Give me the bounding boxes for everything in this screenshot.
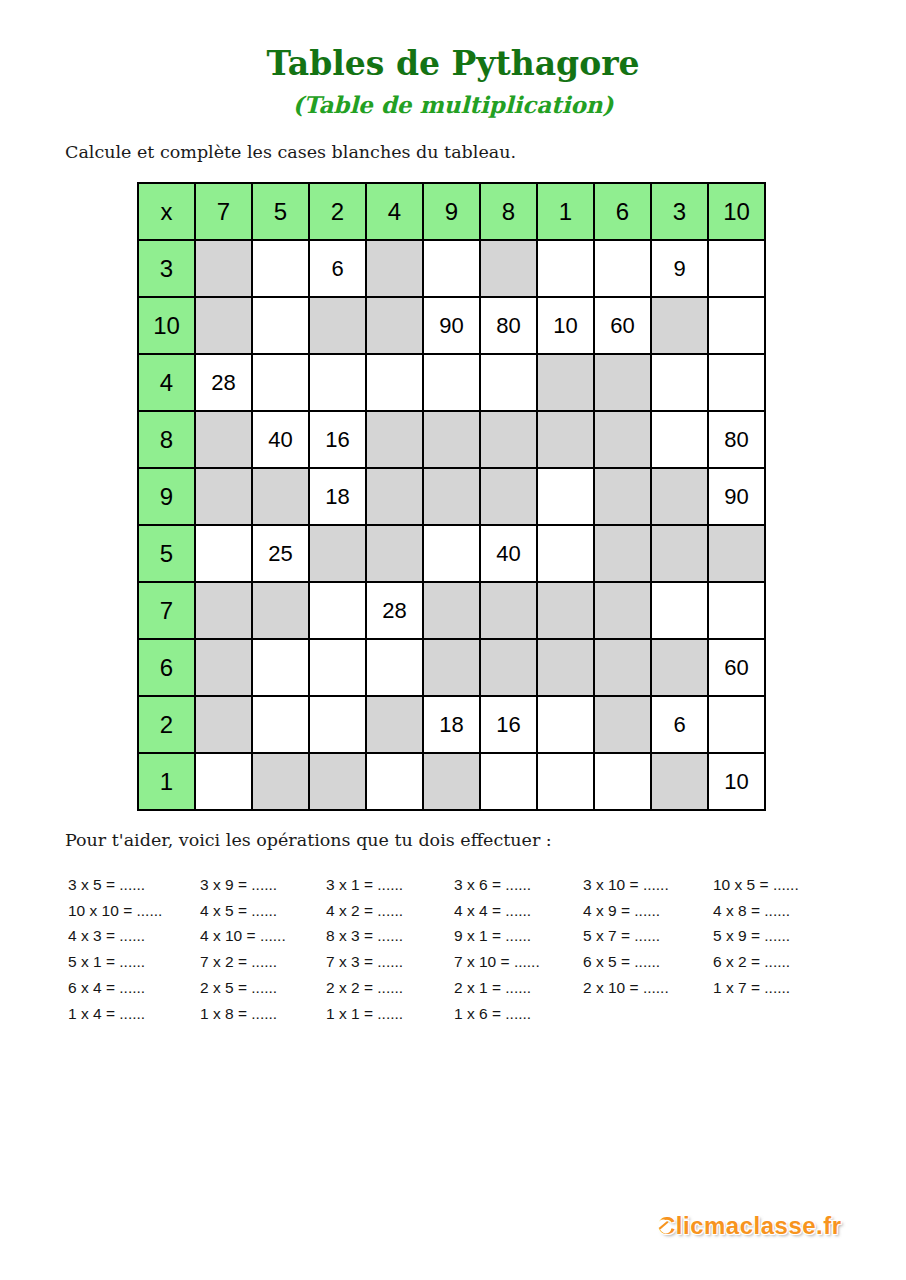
cell-5x2-shaded — [310, 526, 367, 583]
operation-line: 3 x 5 = ...... — [68, 872, 200, 898]
cell-7x10-blank[interactable] — [709, 583, 766, 640]
cell-6x8-shaded — [481, 640, 538, 697]
cell-1x4-blank[interactable] — [367, 754, 424, 811]
cell-9x1-blank[interactable] — [538, 469, 595, 526]
operations-column-4: 3 x 6 = ......4 x 4 = ......9 x 1 = ....… — [454, 872, 583, 1026]
operation-line: 4 x 5 = ...... — [200, 898, 326, 924]
cell-9x10-given: 90 — [709, 469, 766, 526]
cell-1x3-shaded — [652, 754, 709, 811]
cell-1x9-shaded — [424, 754, 481, 811]
cell-2x8-given: 16 — [481, 697, 538, 754]
col-header-1: 1 — [538, 184, 595, 241]
cell-5x7-blank[interactable] — [196, 526, 253, 583]
cell-1x1-blank[interactable] — [538, 754, 595, 811]
page-subtitle: (Table de multiplication) — [0, 91, 906, 118]
cell-2x7-shaded — [196, 697, 253, 754]
operation-line: 9 x 1 = ...... — [454, 923, 583, 949]
cell-8x7-shaded — [196, 412, 253, 469]
col-header-10: 10 — [709, 184, 766, 241]
cell-8x4-shaded — [367, 412, 424, 469]
operation-line: 5 x 1 = ...... — [68, 949, 200, 975]
cell-8x10-given: 80 — [709, 412, 766, 469]
operation-line: 1 x 7 = ...... — [713, 975, 843, 1001]
cell-10x4-shaded — [367, 298, 424, 355]
operation-line: 4 x 10 = ...... — [200, 923, 326, 949]
cell-1x2-shaded — [310, 754, 367, 811]
cell-5x5-given: 25 — [253, 526, 310, 583]
cell-3x4-shaded — [367, 241, 424, 298]
col-header-4: 4 — [367, 184, 424, 241]
instruction-text: Calcule et complète les cases blanches d… — [65, 142, 516, 162]
operations-column-3: 3 x 1 = ......4 x 2 = ......8 x 3 = ....… — [326, 872, 454, 1026]
row-header-1: 1 — [139, 754, 196, 811]
operation-line: 10 x 10 = ...... — [68, 898, 200, 924]
cell-5x10-shaded — [709, 526, 766, 583]
cell-9x5-shaded — [253, 469, 310, 526]
col-header-5: 5 — [253, 184, 310, 241]
cell-10x3-shaded — [652, 298, 709, 355]
operation-line: 3 x 1 = ...... — [326, 872, 454, 898]
operation-line: 2 x 5 = ...... — [200, 975, 326, 1001]
row-header-3: 3 — [139, 241, 196, 298]
cell-3x7-shaded — [196, 241, 253, 298]
cell-4x3-blank[interactable] — [652, 355, 709, 412]
cell-2x4-shaded — [367, 697, 424, 754]
cell-4x9-blank[interactable] — [424, 355, 481, 412]
cell-5x4-shaded — [367, 526, 424, 583]
cell-4x1-shaded — [538, 355, 595, 412]
cell-4x10-blank[interactable] — [709, 355, 766, 412]
cell-5x8-given: 40 — [481, 526, 538, 583]
cell-2x9-given: 18 — [424, 697, 481, 754]
operation-line: 4 x 9 = ...... — [583, 898, 713, 924]
helper-intro-text: Pour t'aider, voici les opérations que t… — [65, 830, 552, 850]
cell-2x2-blank[interactable] — [310, 697, 367, 754]
col-header-3: 3 — [652, 184, 709, 241]
cell-4x6-shaded — [595, 355, 652, 412]
cell-9x6-shaded — [595, 469, 652, 526]
operation-line: 2 x 2 = ...... — [326, 975, 454, 1001]
cell-8x8-shaded — [481, 412, 538, 469]
cell-10x7-shaded — [196, 298, 253, 355]
cell-4x4-blank[interactable] — [367, 355, 424, 412]
corner-cell: x — [139, 184, 196, 241]
cell-8x1-shaded — [538, 412, 595, 469]
cell-9x7-shaded — [196, 469, 253, 526]
row-header-5: 5 — [139, 526, 196, 583]
cell-8x3-blank[interactable] — [652, 412, 709, 469]
cell-3x8-shaded — [481, 241, 538, 298]
operation-line: 4 x 8 = ...... — [713, 898, 843, 924]
page-title: Tables de Pythagore — [0, 44, 906, 83]
operations-column-5: 3 x 10 = ......4 x 9 = ......5 x 7 = ...… — [583, 872, 713, 1026]
operation-line: 1 x 4 = ...... — [68, 1001, 200, 1027]
cell-3x1-blank[interactable] — [538, 241, 595, 298]
cell-3x2-given: 6 — [310, 241, 367, 298]
cell-7x6-shaded — [595, 583, 652, 640]
operation-line: 7 x 3 = ...... — [326, 949, 454, 975]
cell-3x5-blank[interactable] — [253, 241, 310, 298]
cell-7x2-blank[interactable] — [310, 583, 367, 640]
cell-10x9-given: 90 — [424, 298, 481, 355]
cell-3x3-given: 9 — [652, 241, 709, 298]
cell-6x6-shaded — [595, 640, 652, 697]
operations-column-1: 3 x 5 = ......10 x 10 = ......4 x 3 = ..… — [68, 872, 200, 1026]
row-header-4: 4 — [139, 355, 196, 412]
cell-9x3-shaded — [652, 469, 709, 526]
cell-2x10-blank[interactable] — [709, 697, 766, 754]
cell-6x3-shaded — [652, 640, 709, 697]
row-header-7: 7 — [139, 583, 196, 640]
cell-9x9-shaded — [424, 469, 481, 526]
cell-5x6-shaded — [595, 526, 652, 583]
cell-8x9-shaded — [424, 412, 481, 469]
cell-10x6-given: 60 — [595, 298, 652, 355]
logo-text: licmaclasse.fr — [676, 1212, 842, 1239]
cell-7x7-shaded — [196, 583, 253, 640]
operation-line: 2 x 10 = ...... — [583, 975, 713, 1001]
cell-6x9-shaded — [424, 640, 481, 697]
cell-7x5-shaded — [253, 583, 310, 640]
col-header-7: 7 — [196, 184, 253, 241]
cell-4x7-given: 28 — [196, 355, 253, 412]
cell-1x5-shaded — [253, 754, 310, 811]
operation-line: 1 x 8 = ...... — [200, 1001, 326, 1027]
operation-line: 1 x 1 = ...... — [326, 1001, 454, 1027]
row-header-8: 8 — [139, 412, 196, 469]
col-header-2: 2 — [310, 184, 367, 241]
col-header-6: 6 — [595, 184, 652, 241]
operation-line: 8 x 3 = ...... — [326, 923, 454, 949]
cell-8x5-given: 40 — [253, 412, 310, 469]
row-header-2: 2 — [139, 697, 196, 754]
cell-3x9-blank[interactable] — [424, 241, 481, 298]
operation-line: 6 x 5 = ...... — [583, 949, 713, 975]
cell-2x5-blank[interactable] — [253, 697, 310, 754]
col-header-9: 9 — [424, 184, 481, 241]
cell-5x9-blank[interactable] — [424, 526, 481, 583]
operation-line: 3 x 6 = ...... — [454, 872, 583, 898]
clicmaclasse-logo[interactable]: C licmaclasse.fr — [658, 1212, 842, 1240]
worksheet-page: Tables de Pythagore (Table de multiplica… — [0, 0, 906, 1280]
cell-6x5-blank[interactable] — [253, 640, 310, 697]
operations-list: 3 x 5 = ......10 x 10 = ......4 x 3 = ..… — [68, 872, 843, 1026]
operation-line: 4 x 2 = ...... — [326, 898, 454, 924]
cell-10x5-blank[interactable] — [253, 298, 310, 355]
row-header-9: 9 — [139, 469, 196, 526]
operations-column-2: 3 x 9 = ......4 x 5 = ......4 x 10 = ...… — [200, 872, 326, 1026]
cell-9x8-shaded — [481, 469, 538, 526]
cell-5x1-blank[interactable] — [538, 526, 595, 583]
cell-8x6-shaded — [595, 412, 652, 469]
operation-line: 7 x 10 = ...... — [454, 949, 583, 975]
cell-7x3-blank[interactable] — [652, 583, 709, 640]
cell-6x4-blank[interactable] — [367, 640, 424, 697]
cell-2x3-given: 6 — [652, 697, 709, 754]
operation-line: 1 x 6 = ...... — [454, 1001, 583, 1027]
cell-5x3-shaded — [652, 526, 709, 583]
cell-4x5-blank[interactable] — [253, 355, 310, 412]
row-header-6: 6 — [139, 640, 196, 697]
cell-7x9-shaded — [424, 583, 481, 640]
cell-1x6-blank[interactable] — [595, 754, 652, 811]
cell-2x1-blank[interactable] — [538, 697, 595, 754]
operation-line: 6 x 2 = ...... — [713, 949, 843, 975]
operation-line: 3 x 9 = ...... — [200, 872, 326, 898]
operation-line: 5 x 7 = ...... — [583, 923, 713, 949]
cell-7x4-given: 28 — [367, 583, 424, 640]
row-header-10: 10 — [139, 298, 196, 355]
cell-9x4-shaded — [367, 469, 424, 526]
multiplication-table-grid: x752498163103691090801060428840168091890… — [137, 182, 766, 811]
cell-3x6-blank[interactable] — [595, 241, 652, 298]
col-header-8: 8 — [481, 184, 538, 241]
cell-6x10-given: 60 — [709, 640, 766, 697]
cell-6x2-blank[interactable] — [310, 640, 367, 697]
cell-10x10-blank[interactable] — [709, 298, 766, 355]
cell-6x1-shaded — [538, 640, 595, 697]
operation-line: 10 x 5 = ...... — [713, 872, 843, 898]
operation-line: 7 x 2 = ...... — [200, 949, 326, 975]
cell-10x2-shaded — [310, 298, 367, 355]
cell-3x10-blank[interactable] — [709, 241, 766, 298]
logo-first-letter: C — [658, 1212, 676, 1240]
operation-line: 4 x 4 = ...... — [454, 898, 583, 924]
operation-line: 2 x 1 = ...... — [454, 975, 583, 1001]
cell-1x8-blank[interactable] — [481, 754, 538, 811]
cell-1x7-blank[interactable] — [196, 754, 253, 811]
cell-10x1-given: 10 — [538, 298, 595, 355]
cell-6x7-shaded — [196, 640, 253, 697]
cell-2x6-shaded — [595, 697, 652, 754]
cell-9x2-given: 18 — [310, 469, 367, 526]
operation-line: 6 x 4 = ...... — [68, 975, 200, 1001]
operation-line: 4 x 3 = ...... — [68, 923, 200, 949]
cell-4x2-blank[interactable] — [310, 355, 367, 412]
cell-7x1-shaded — [538, 583, 595, 640]
operation-line: 3 x 10 = ...... — [583, 872, 713, 898]
cell-4x8-blank[interactable] — [481, 355, 538, 412]
cell-8x2-given: 16 — [310, 412, 367, 469]
cell-10x8-given: 80 — [481, 298, 538, 355]
operations-column-6: 10 x 5 = ......4 x 8 = ......5 x 9 = ...… — [713, 872, 843, 1026]
cell-7x8-shaded — [481, 583, 538, 640]
cell-1x10-given: 10 — [709, 754, 766, 811]
operation-line: 5 x 9 = ...... — [713, 923, 843, 949]
